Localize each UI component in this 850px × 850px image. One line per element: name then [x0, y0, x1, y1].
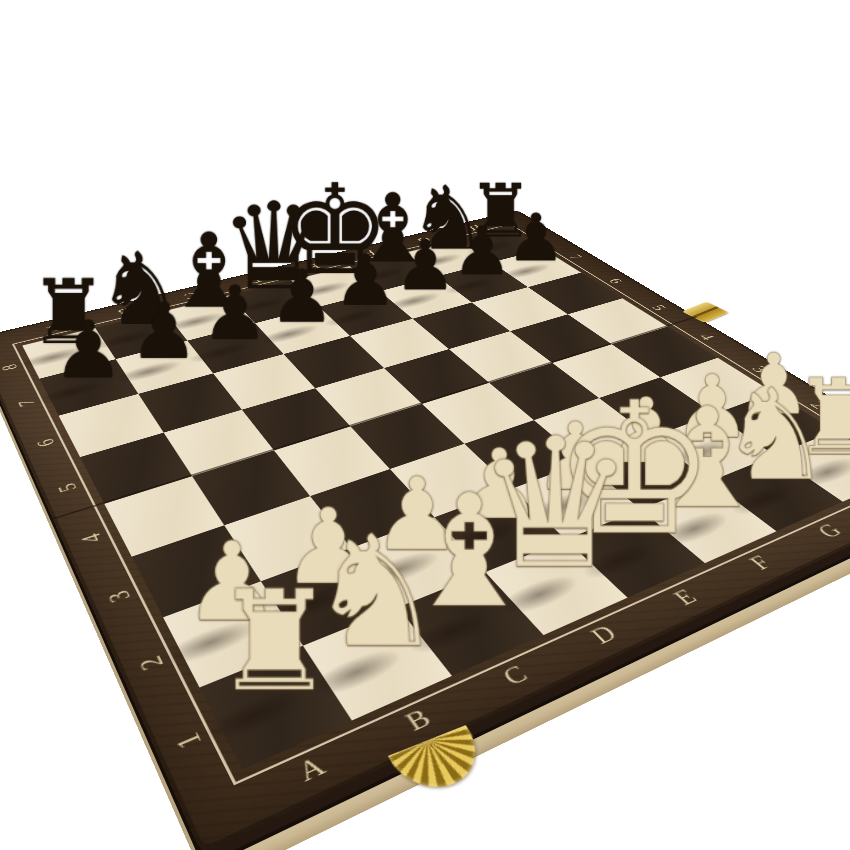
piece-white-rook-a1: ♜	[212, 573, 336, 711]
chess-board: 8765432187654321ABCDEFGHABCDEFGH ♜♞♝♛♚♝♞…	[0, 210, 850, 850]
product-photo-scene: 8765432187654321ABCDEFGHABCDEFGH ♜♞♝♛♚♝♞…	[0, 0, 850, 850]
